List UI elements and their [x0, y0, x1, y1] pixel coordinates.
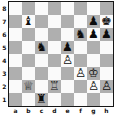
square-a1[interactable] [9, 93, 22, 106]
square-b4[interactable] [22, 54, 35, 67]
square-g5[interactable] [87, 41, 100, 54]
square-c7[interactable] [35, 15, 48, 28]
square-a5[interactable] [9, 41, 22, 54]
piece-black-knight: ♞ [75, 28, 86, 41]
square-b7[interactable]: ♝ [22, 15, 35, 28]
square-h1[interactable] [100, 93, 113, 106]
piece-white-pawn: ♙ [62, 54, 73, 67]
rank-label-1: 1 [0, 93, 8, 106]
square-c8[interactable] [35, 2, 48, 15]
square-d6[interactable] [48, 28, 61, 41]
piece-white-rook: ♖ [49, 80, 60, 93]
piece-black-knight: ♞ [36, 41, 47, 54]
square-h5[interactable] [100, 41, 113, 54]
piece-black-pawn: ♟ [101, 28, 112, 41]
square-e8[interactable] [61, 2, 74, 15]
square-g2[interactable]: ♙ [87, 80, 100, 93]
square-f6[interactable]: ♞ [74, 28, 87, 41]
square-c4[interactable] [35, 54, 48, 67]
square-c5[interactable]: ♞ [35, 41, 48, 54]
piece-black-bishop: ♝ [23, 15, 34, 28]
square-d5[interactable] [48, 41, 61, 54]
square-f2[interactable] [74, 80, 87, 93]
square-b5[interactable] [22, 41, 35, 54]
square-d4[interactable] [48, 54, 61, 67]
piece-white-pawn: ♙ [101, 80, 112, 93]
piece-white-pawn: ♙ [88, 80, 99, 93]
square-e1[interactable] [61, 93, 74, 106]
square-f3[interactable]: ♙ [74, 67, 87, 80]
square-a3[interactable] [9, 67, 22, 80]
file-label-g: g [87, 107, 100, 117]
square-a2[interactable] [9, 80, 22, 93]
square-b1[interactable] [22, 93, 35, 106]
file-label-c: c [35, 107, 48, 117]
square-b2[interactable]: ♕ [22, 80, 35, 93]
square-f8[interactable] [74, 2, 87, 15]
file-label-d: d [48, 107, 61, 117]
square-e2[interactable] [61, 80, 74, 93]
square-a8[interactable] [9, 2, 22, 15]
file-labels: abcdefgh [9, 107, 113, 117]
square-c1[interactable]: ♜ [35, 93, 48, 106]
square-e4[interactable]: ♙ [61, 54, 74, 67]
square-d7[interactable] [48, 15, 61, 28]
file-label-a: a [9, 107, 22, 117]
rank-label-7: 7 [0, 15, 8, 28]
square-c3[interactable] [35, 67, 48, 80]
square-b6[interactable] [22, 28, 35, 41]
square-a4[interactable] [9, 54, 22, 67]
rank-label-3: 3 [0, 67, 8, 80]
square-g6[interactable]: ♟ [87, 28, 100, 41]
rank-label-5: 5 [0, 41, 8, 54]
piece-white-pawn: ♙ [75, 67, 86, 80]
file-label-e: e [61, 107, 74, 117]
square-h6[interactable]: ♟ [100, 28, 113, 41]
square-h2[interactable]: ♙ [100, 80, 113, 93]
file-label-h: h [100, 107, 113, 117]
file-label-b: b [22, 107, 35, 117]
square-a7[interactable] [9, 15, 22, 28]
piece-black-pawn: ♟ [88, 28, 99, 41]
square-d8[interactable] [48, 2, 61, 15]
square-g1[interactable] [87, 93, 100, 106]
square-h4[interactable] [100, 54, 113, 67]
file-label-f: f [74, 107, 87, 117]
rank-label-2: 2 [0, 80, 8, 93]
square-d1[interactable] [48, 93, 61, 106]
piece-black-rook: ♜ [36, 93, 47, 106]
piece-white-queen: ♕ [23, 80, 34, 93]
rank-label-8: 8 [0, 2, 8, 15]
square-f5[interactable] [74, 41, 87, 54]
chess-board: ♝♟♚♞♟♟♞♟♙♙♔♕♖♙♙♜ [8, 1, 114, 107]
square-d2[interactable]: ♖ [48, 80, 61, 93]
square-a6[interactable] [9, 28, 22, 41]
square-e3[interactable] [61, 67, 74, 80]
square-e7[interactable] [61, 15, 74, 28]
rank-label-4: 4 [0, 54, 8, 67]
square-f1[interactable] [74, 93, 87, 106]
rank-labels: 87654321 [0, 2, 8, 106]
rank-label-6: 6 [0, 28, 8, 41]
chess-diagram: 87654321 ♝♟♚♞♟♟♞♟♙♙♔♕♖♙♙♜ abcdefgh [0, 0, 118, 118]
